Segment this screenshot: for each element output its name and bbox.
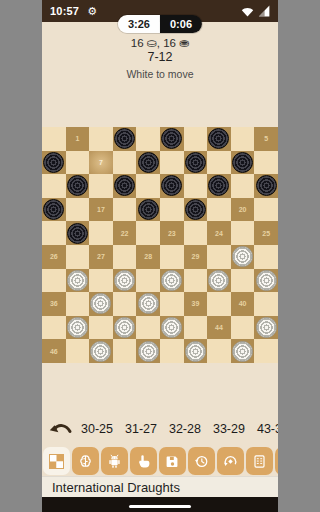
white-piece[interactable] xyxy=(161,270,182,291)
square-number: 26 xyxy=(50,253,58,260)
undo-button[interactable] xyxy=(49,422,73,437)
white-piece[interactable] xyxy=(67,317,88,338)
square-22[interactable]: 22 xyxy=(113,221,137,245)
square-8[interactable] xyxy=(136,151,160,175)
square-49[interactable] xyxy=(184,339,208,363)
white-clock: 3:26 xyxy=(118,15,160,33)
square-9[interactable] xyxy=(184,151,208,175)
app-title: International Draughts xyxy=(52,480,180,495)
black-piece[interactable] xyxy=(67,223,88,244)
white-piece[interactable] xyxy=(232,246,253,267)
board-square-light xyxy=(136,221,160,245)
square-44[interactable]: 44 xyxy=(207,316,231,340)
white-man-icon: ⛀ xyxy=(147,36,157,50)
white-piece[interactable] xyxy=(138,293,159,314)
move-strip[interactable]: 30-2531-2732-2833-2943-3949-44 xyxy=(42,417,278,441)
white-piece[interactable] xyxy=(185,341,206,362)
square-15[interactable] xyxy=(254,174,278,198)
black-man-icon: ⛂ xyxy=(179,36,189,50)
square-4[interactable] xyxy=(207,127,231,151)
board-square-light xyxy=(66,245,90,269)
square-number: 36 xyxy=(50,300,58,307)
square-39[interactable]: 39 xyxy=(184,292,208,316)
square-25[interactable]: 25 xyxy=(254,221,278,245)
square-28[interactable]: 28 xyxy=(136,245,160,269)
board-square-light xyxy=(89,269,113,293)
square-19[interactable] xyxy=(184,198,208,222)
wifi-icon xyxy=(241,6,254,17)
board-square-light xyxy=(207,151,231,175)
black-piece[interactable] xyxy=(161,128,182,149)
square-32[interactable] xyxy=(113,269,137,293)
board-square-light xyxy=(184,127,208,151)
square-7[interactable]: 7 xyxy=(89,151,113,175)
white-piece[interactable] xyxy=(208,270,229,291)
square-6[interactable] xyxy=(42,151,66,175)
black-piece[interactable] xyxy=(232,152,253,173)
square-35[interactable] xyxy=(254,269,278,293)
board-square-light xyxy=(184,269,208,293)
square-number: 7 xyxy=(99,159,103,166)
square-5[interactable]: 5 xyxy=(254,127,278,151)
toolbar-human-player-button[interactable] xyxy=(130,447,157,475)
board-square-light xyxy=(207,245,231,269)
square-12[interactable] xyxy=(113,174,137,198)
board-square-light xyxy=(113,245,137,269)
board-square-light xyxy=(42,174,66,198)
board-square-light xyxy=(160,339,184,363)
black-piece[interactable] xyxy=(256,175,277,196)
square-38[interactable] xyxy=(136,292,160,316)
square-41[interactable] xyxy=(66,316,90,340)
square-42[interactable] xyxy=(113,316,137,340)
system-nav-bar xyxy=(42,497,278,512)
square-40[interactable]: 40 xyxy=(231,292,255,316)
move-item: 32-28 xyxy=(169,422,201,436)
board-square-light xyxy=(254,198,278,222)
square-20[interactable]: 20 xyxy=(231,198,255,222)
black-piece[interactable] xyxy=(138,199,159,220)
white-piece[interactable] xyxy=(114,317,135,338)
square-26[interactable]: 26 xyxy=(42,245,66,269)
toolbar-engine-button[interactable] xyxy=(72,447,99,475)
board-square-light xyxy=(89,174,113,198)
toolbar-android-player-button[interactable] xyxy=(101,447,128,475)
title-bar: International Draughts xyxy=(42,476,278,497)
board-square-light xyxy=(42,269,66,293)
white-piece[interactable] xyxy=(256,270,277,291)
board-square-light xyxy=(66,339,90,363)
square-16[interactable] xyxy=(42,198,66,222)
white-piece[interactable] xyxy=(138,341,159,362)
clock-pill: 3:26 0:06 xyxy=(118,15,202,33)
black-piece[interactable] xyxy=(161,175,182,196)
toolbar xyxy=(42,447,278,475)
square-number: 28 xyxy=(144,253,152,260)
black-piece[interactable] xyxy=(43,199,64,220)
board-square-light xyxy=(207,198,231,222)
board-square-light xyxy=(42,221,66,245)
square-21[interactable] xyxy=(66,221,90,245)
undo-arrow-icon xyxy=(49,422,73,437)
signal-icon xyxy=(258,5,270,17)
clock-time: 10:57 xyxy=(50,5,79,17)
square-27[interactable]: 27 xyxy=(89,245,113,269)
toolbar-move-list-button[interactable] xyxy=(246,447,273,475)
board-square-light xyxy=(113,198,137,222)
hand-icon xyxy=(136,454,151,469)
square-24[interactable]: 24 xyxy=(207,221,231,245)
board-square-light xyxy=(184,174,208,198)
square-10[interactable] xyxy=(231,151,255,175)
square-45[interactable] xyxy=(254,316,278,340)
square-number: 5 xyxy=(264,135,268,142)
black-clock: 0:06 xyxy=(160,15,202,33)
board-square-light xyxy=(207,339,231,363)
square-number: 25 xyxy=(262,230,270,237)
square-11[interactable] xyxy=(66,174,90,198)
black-piece[interactable] xyxy=(208,128,229,149)
white-piece[interactable] xyxy=(256,317,277,338)
square-number: 46 xyxy=(50,348,58,355)
square-14[interactable] xyxy=(207,174,231,198)
board-square-light xyxy=(42,127,66,151)
toolbar-rotate-button[interactable] xyxy=(217,447,244,475)
square-number: 22 xyxy=(121,230,129,237)
board-square-light xyxy=(89,316,113,340)
square-17[interactable]: 17 xyxy=(89,198,113,222)
board-square-light xyxy=(42,316,66,340)
board-square-light xyxy=(113,292,137,316)
board-square-light xyxy=(136,316,160,340)
square-3[interactable] xyxy=(160,127,184,151)
white-piece[interactable] xyxy=(90,293,111,314)
clock-history-icon xyxy=(194,454,209,469)
board-square-light xyxy=(113,339,137,363)
board-square-light xyxy=(113,151,137,175)
square-30[interactable] xyxy=(231,245,255,269)
move-item: 30-25 xyxy=(81,422,113,436)
rotate-icon xyxy=(223,454,238,469)
board-square-light xyxy=(160,292,184,316)
square-number: 24 xyxy=(215,230,223,237)
board-square-light xyxy=(160,198,184,222)
square-18[interactable] xyxy=(136,198,160,222)
square-34[interactable] xyxy=(207,269,231,293)
board-square-light xyxy=(160,151,184,175)
white-piece[interactable] xyxy=(67,270,88,291)
square-number: 39 xyxy=(191,300,199,307)
board-square-light xyxy=(136,127,160,151)
white-count: 16 xyxy=(131,37,144,49)
board: 157172022232425262728293639404446 xyxy=(42,127,278,363)
board-square-light xyxy=(254,339,278,363)
black-piece[interactable] xyxy=(208,175,229,196)
toolbar-save-button[interactable] xyxy=(159,447,186,475)
square-46[interactable]: 46 xyxy=(42,339,66,363)
square-33[interactable] xyxy=(160,269,184,293)
square-43[interactable] xyxy=(160,316,184,340)
square-36[interactable]: 36 xyxy=(42,292,66,316)
black-piece[interactable] xyxy=(43,152,64,173)
square-number: 20 xyxy=(239,206,247,213)
square-number: 29 xyxy=(191,253,199,260)
move-list: 30-2531-2732-2833-2943-3949-44 xyxy=(81,422,278,436)
square-48[interactable] xyxy=(136,339,160,363)
board-square-light xyxy=(254,245,278,269)
board-square-light xyxy=(66,292,90,316)
last-move: 7-12 xyxy=(42,50,278,64)
square-number: 44 xyxy=(215,324,223,331)
move-item: 33-29 xyxy=(213,422,245,436)
toolbar-more-button[interactable] xyxy=(275,447,278,475)
floppy-icon xyxy=(165,454,180,469)
turn-indicator: White to move xyxy=(42,68,278,80)
move-item: 31-27 xyxy=(125,422,157,436)
white-piece[interactable] xyxy=(161,317,182,338)
board-square-light xyxy=(89,221,113,245)
square-1[interactable]: 1 xyxy=(66,127,90,151)
board-square-light xyxy=(160,245,184,269)
square-23[interactable]: 23 xyxy=(160,221,184,245)
square-31[interactable] xyxy=(66,269,90,293)
board-square-light xyxy=(136,269,160,293)
square-number: 23 xyxy=(168,230,176,237)
toolbar-board-view-button[interactable] xyxy=(43,447,70,475)
square-47[interactable] xyxy=(89,339,113,363)
black-piece[interactable] xyxy=(114,175,135,196)
square-50[interactable] xyxy=(231,339,255,363)
square-number: 40 xyxy=(239,300,247,307)
brain-icon xyxy=(78,454,93,469)
board-square-light xyxy=(184,221,208,245)
board-square-light xyxy=(254,292,278,316)
square-number: 27 xyxy=(97,253,105,260)
board-square-light xyxy=(89,127,113,151)
square-37[interactable] xyxy=(89,292,113,316)
board-square-light xyxy=(231,269,255,293)
move-item: 43-39 xyxy=(257,422,278,436)
app-screen: 10:57 ⚙ 3:26 0:06 16 ⛀, 16 ⛂ 7-12 White … xyxy=(42,0,278,512)
white-piece[interactable] xyxy=(90,341,111,362)
board-square-light xyxy=(231,174,255,198)
board-square-light xyxy=(231,127,255,151)
home-indicator[interactable] xyxy=(129,505,191,508)
board-square-light xyxy=(66,198,90,222)
black-piece[interactable] xyxy=(185,199,206,220)
board-square-light xyxy=(254,151,278,175)
piece-counts: 16 ⛀, 16 ⛂ xyxy=(42,36,278,50)
black-piece[interactable] xyxy=(185,152,206,173)
square-2[interactable] xyxy=(113,127,137,151)
android-icon xyxy=(107,454,122,469)
board-square-light xyxy=(136,174,160,198)
board-square-light xyxy=(66,151,90,175)
board-square-light xyxy=(231,221,255,245)
board-square-light xyxy=(207,292,231,316)
toolbar-history-button[interactable] xyxy=(188,447,215,475)
black-count: 16 xyxy=(163,37,176,49)
white-piece[interactable] xyxy=(114,270,135,291)
white-piece[interactable] xyxy=(232,341,253,362)
square-29[interactable]: 29 xyxy=(184,245,208,269)
list-icon xyxy=(252,454,267,469)
board-square-light xyxy=(231,316,255,340)
black-piece[interactable] xyxy=(67,175,88,196)
square-13[interactable] xyxy=(160,174,184,198)
board-icon xyxy=(49,454,64,469)
board-square-light xyxy=(184,316,208,340)
square-number: 1 xyxy=(75,135,79,142)
gear-icon: ⚙ xyxy=(87,6,97,17)
square-number: 17 xyxy=(97,206,105,213)
black-piece[interactable] xyxy=(114,128,135,149)
black-piece[interactable] xyxy=(138,152,159,173)
